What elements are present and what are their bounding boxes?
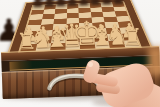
piece-white-rook[interactable]: ♜ [122,26,143,50]
piece-black-pawn[interactable]: ♟ [111,0,126,7]
chess-set-photo: ♟ ♜♞♝♛♚♝♞♜♟♟♟♟♟♟♟♟♟♟♟♟♟♟♟♟♜♞♝♛♚♝♞♜ [0,0,160,107]
